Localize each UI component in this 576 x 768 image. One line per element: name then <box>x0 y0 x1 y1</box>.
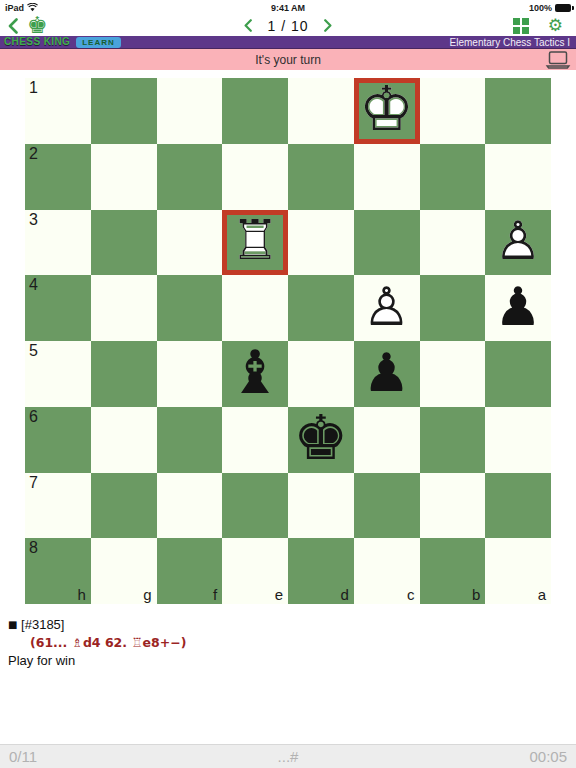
square-e2[interactable] <box>222 144 288 210</box>
rank-label-5: 5 <box>29 342 38 360</box>
black-pawn[interactable]: ♟ <box>354 341 420 407</box>
square-f7[interactable] <box>157 473 223 539</box>
square-h4[interactable]: 4 <box>25 275 91 341</box>
annotation: ■ [#3185] (61... ♗d4 62. ♖e8+−) Play for… <box>8 616 186 670</box>
square-g2[interactable] <box>91 144 157 210</box>
square-d4[interactable] <box>288 275 354 341</box>
square-a4[interactable]: ♟ <box>485 275 551 341</box>
square-f8[interactable]: f <box>157 538 223 604</box>
battery-icon <box>555 4 571 12</box>
next-page-icon[interactable] <box>324 19 332 32</box>
square-c3[interactable] <box>354 210 420 276</box>
square-b5[interactable] <box>420 341 486 407</box>
square-e3[interactable]: ♜♖ <box>222 210 288 276</box>
course-title: Elementary Chess Tactics I <box>450 37 572 48</box>
prev-page-icon[interactable] <box>244 19 252 32</box>
rank-label-2: 2 <box>29 145 38 163</box>
nav-bar: ♚ 1 / 10 ⚙ <box>0 15 576 36</box>
square-b3[interactable] <box>420 210 486 276</box>
black-to-move-icon: ■ <box>8 619 17 630</box>
square-f2[interactable] <box>157 144 223 210</box>
square-c1[interactable]: ♚♔ <box>354 78 420 144</box>
turn-message: It's your turn <box>255 53 321 67</box>
square-d3[interactable] <box>288 210 354 276</box>
square-d1[interactable] <box>288 78 354 144</box>
solution-line: (61... ♗d4 62. ♖e8+−) <box>8 634 186 652</box>
square-b1[interactable] <box>420 78 486 144</box>
square-f5[interactable] <box>157 341 223 407</box>
white-pawn[interactable]: ♟♙ <box>485 210 551 276</box>
score-counter: 0/11 <box>9 748 195 765</box>
square-d5[interactable] <box>288 341 354 407</box>
clock: 9:41 AM <box>0 3 576 13</box>
square-c6[interactable] <box>354 407 420 473</box>
square-e4[interactable] <box>222 275 288 341</box>
square-c8[interactable]: c <box>354 538 420 604</box>
file-label-c: c <box>407 586 415 603</box>
square-h7[interactable]: 7 <box>25 473 91 539</box>
square-g7[interactable] <box>91 473 157 539</box>
square-h3[interactable]: 3 <box>25 210 91 276</box>
moves-indicator: ...# <box>195 748 381 765</box>
square-e7[interactable] <box>222 473 288 539</box>
square-e1[interactable] <box>222 78 288 144</box>
file-label-b: b <box>472 586 480 603</box>
rank-label-4: 4 <box>29 276 38 294</box>
square-a8[interactable]: a <box>485 538 551 604</box>
square-f3[interactable] <box>157 210 223 276</box>
square-c2[interactable] <box>354 144 420 210</box>
gear-icon[interactable]: ⚙ <box>548 15 563 36</box>
black-pawn[interactable]: ♟ <box>485 275 551 341</box>
black-bishop[interactable]: ♝ <box>222 341 288 407</box>
white-pawn[interactable]: ♟♙ <box>354 275 420 341</box>
square-b8[interactable]: b <box>420 538 486 604</box>
footer-bar: 0/11 ...# 00:05 <box>0 744 576 768</box>
square-e5[interactable]: ♝ <box>222 341 288 407</box>
square-h2[interactable]: 2 <box>25 144 91 210</box>
square-e8[interactable]: e <box>222 538 288 604</box>
square-e6[interactable] <box>222 407 288 473</box>
brand-name: CHESS KING <box>4 36 70 48</box>
square-c7[interactable] <box>354 473 420 539</box>
rank-label-6: 6 <box>29 408 38 426</box>
square-a7[interactable] <box>485 473 551 539</box>
square-a1[interactable] <box>485 78 551 144</box>
file-label-f: f <box>213 586 217 603</box>
square-b2[interactable] <box>420 144 486 210</box>
square-h1[interactable]: 1 <box>25 78 91 144</box>
chess-board: 1♚♔23♜♖♟♙4♟♙♟5♝♟6♚78hgfedcba <box>25 78 551 604</box>
square-g1[interactable] <box>91 78 157 144</box>
square-c5[interactable]: ♟ <box>354 341 420 407</box>
square-f1[interactable] <box>157 78 223 144</box>
file-label-h: h <box>77 586 85 603</box>
square-b4[interactable] <box>420 275 486 341</box>
square-d7[interactable] <box>288 473 354 539</box>
status-bar: iPad 9:41 AM 100% <box>0 0 576 15</box>
black-king[interactable]: ♚ <box>288 407 354 473</box>
screen: iPad 9:41 AM 100% ♚ 1 / 10 <box>0 0 576 768</box>
file-label-e: e <box>275 586 283 603</box>
square-b7[interactable] <box>420 473 486 539</box>
rank-label-1: 1 <box>29 79 38 97</box>
square-b6[interactable] <box>420 407 486 473</box>
square-a2[interactable] <box>485 144 551 210</box>
square-g8[interactable]: g <box>91 538 157 604</box>
square-g3[interactable] <box>91 210 157 276</box>
goal-text: Play for win <box>8 652 186 670</box>
rank-label-3: 3 <box>29 211 38 229</box>
grid-icon[interactable] <box>513 18 529 34</box>
square-a5[interactable] <box>485 341 551 407</box>
square-c4[interactable]: ♟♙ <box>354 275 420 341</box>
square-a3[interactable]: ♟♙ <box>485 210 551 276</box>
square-g4[interactable] <box>91 275 157 341</box>
square-f6[interactable] <box>157 407 223 473</box>
square-d8[interactable]: d <box>288 538 354 604</box>
page-indicator: 1 / 10 <box>267 18 308 34</box>
file-label-g: g <box>143 586 151 603</box>
learn-badge: LEARN <box>76 37 121 48</box>
square-g5[interactable] <box>91 341 157 407</box>
brand-bar: CHESS KING LEARN Elementary Chess Tactic… <box>0 36 576 49</box>
square-f4[interactable] <box>157 275 223 341</box>
computer-icon[interactable] <box>545 50 571 69</box>
file-label-d: d <box>340 586 348 603</box>
square-d6[interactable]: ♚ <box>288 407 354 473</box>
turn-banner: It's your turn <box>0 49 576 70</box>
rank-label-8: 8 <box>29 539 38 557</box>
rank-label-7: 7 <box>29 474 38 492</box>
square-d2[interactable] <box>288 144 354 210</box>
square-g6[interactable] <box>91 407 157 473</box>
square-h5[interactable]: 5 <box>25 341 91 407</box>
white-king[interactable]: ♚♔ <box>354 78 420 144</box>
file-label-a: a <box>538 586 546 603</box>
square-h6[interactable]: 6 <box>25 407 91 473</box>
square-a6[interactable] <box>485 407 551 473</box>
square-h8[interactable]: 8h <box>25 538 91 604</box>
timer: 00:05 <box>381 748 567 765</box>
puzzle-id: [#3185] <box>21 617 64 632</box>
white-rook[interactable]: ♜♖ <box>222 210 288 276</box>
